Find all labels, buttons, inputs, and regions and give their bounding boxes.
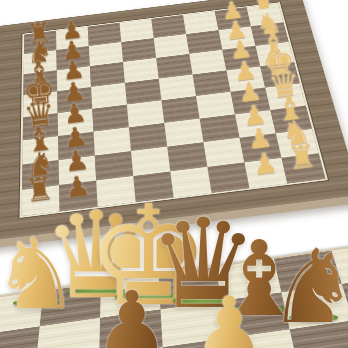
fg-piece-white-knight-glyph: ♞ xyxy=(0,225,80,323)
fg-piece-black-knight: ♞ xyxy=(267,236,348,338)
foreground-pieces-layer: ♞♛♚♟♛♟♝♞ xyxy=(0,0,348,348)
fg-piece-white-pawn: ♟ xyxy=(192,286,266,348)
fg-piece-white-pawn-glyph: ♟ xyxy=(192,286,266,348)
fg-piece-black-pawn: ♟ xyxy=(94,280,169,348)
fg-piece-black-knight-glyph: ♞ xyxy=(267,236,348,338)
fg-piece-black-pawn-glyph: ♟ xyxy=(94,280,169,348)
chess-set-product-photo: ♜♞♝♛♚♝♞♜♟♟♟♟♟♟♟♟♟♟♟♟♟♟♟♟♜♞♝♛♚♝♞♜ ♞♛♚♟♛♟♝… xyxy=(0,0,348,348)
fg-piece-white-knight: ♞ xyxy=(0,225,80,323)
